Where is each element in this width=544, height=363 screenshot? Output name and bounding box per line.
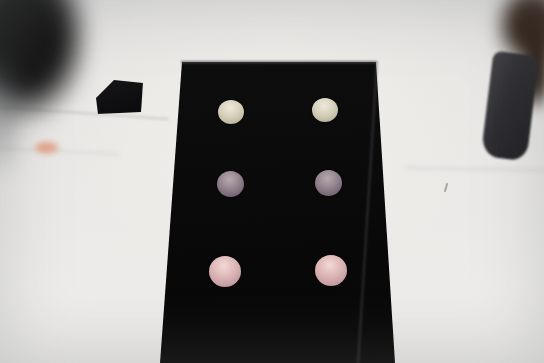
pearl-stud-pink-left: [209, 256, 241, 287]
pearl-stud-lavender-right: [315, 170, 342, 196]
pearl-stud-pink-right: [315, 255, 347, 286]
pearl-stud-cream-left: [218, 100, 244, 124]
pearl-grid: [0, 0, 544, 363]
pearl-stud-lavender-left: [217, 171, 244, 197]
photo-scene: [0, 0, 544, 363]
pearl-stud-cream-right: [312, 98, 338, 122]
